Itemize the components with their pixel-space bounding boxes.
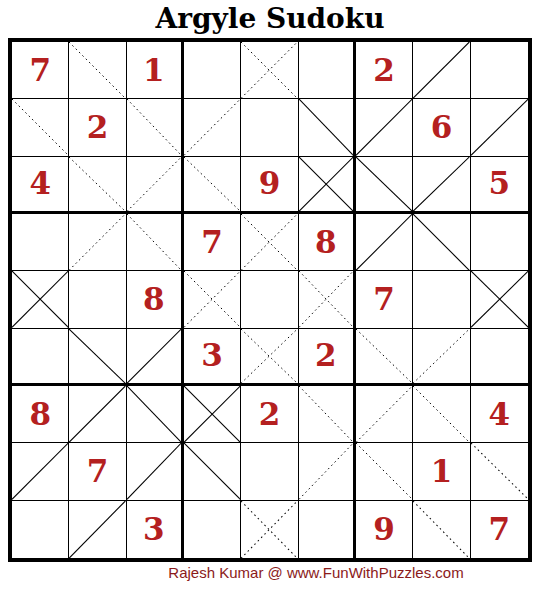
cell-r9c6[interactable] bbox=[299, 501, 356, 558]
cell-r3c7[interactable] bbox=[356, 157, 413, 214]
given-digit: 2 bbox=[259, 399, 281, 430]
cell-r8c5[interactable] bbox=[241, 443, 298, 500]
cell-r7c2[interactable] bbox=[69, 386, 126, 443]
diagonal-mark-dotted-cross bbox=[299, 271, 353, 327]
diagonal-mark-dotted-cross bbox=[241, 214, 297, 270]
given-digit: 7 bbox=[87, 456, 109, 487]
cell-r1c1[interactable]: 7 bbox=[12, 42, 69, 99]
cell-r6c2[interactable] bbox=[69, 329, 126, 386]
cell-r5c1[interactable] bbox=[12, 271, 69, 328]
diagonal-mark-dotted bbox=[299, 443, 353, 499]
given-digit: 9 bbox=[373, 514, 395, 545]
given-digit: 8 bbox=[315, 227, 337, 258]
given-digit: 9 bbox=[259, 168, 281, 199]
cell-r3c6[interactable] bbox=[299, 157, 356, 214]
cell-r5c8[interactable] bbox=[413, 271, 470, 328]
diagonal-mark-solid-cross bbox=[12, 271, 68, 327]
diagonal-mark-solid-cross bbox=[184, 386, 240, 442]
cell-r6c9[interactable] bbox=[471, 329, 528, 386]
diagonal-mark-solid bbox=[127, 386, 181, 442]
cell-r8c9[interactable] bbox=[471, 443, 528, 500]
given-digit: 4 bbox=[489, 399, 511, 430]
diagonal-mark-solid bbox=[69, 386, 125, 442]
cell-r4c6[interactable]: 8 bbox=[299, 214, 356, 271]
diagonal-mark-dotted bbox=[69, 157, 125, 211]
cell-r8c6[interactable] bbox=[299, 443, 356, 500]
given-digit: 3 bbox=[143, 514, 165, 545]
diagonal-mark-dotted bbox=[184, 157, 240, 211]
diagonal-mark-dotted bbox=[471, 443, 528, 499]
diagonal-mark-solid bbox=[184, 443, 240, 499]
cell-r7c9[interactable]: 4 bbox=[471, 386, 528, 443]
cell-r6c7[interactable] bbox=[356, 329, 413, 386]
diagonal-mark-solid bbox=[69, 501, 125, 558]
cell-r7c1[interactable]: 8 bbox=[12, 386, 69, 443]
cell-r5c6[interactable] bbox=[299, 271, 356, 328]
diagonal-mark-dotted bbox=[356, 386, 412, 442]
cell-r2c6[interactable] bbox=[299, 99, 356, 156]
cell-r2c7[interactable] bbox=[356, 99, 413, 156]
diagonal-mark-dotted-cross bbox=[184, 271, 240, 327]
diagonal-mark-solid bbox=[413, 157, 469, 211]
cell-r4c7[interactable] bbox=[356, 214, 413, 271]
diagonal-mark-solid bbox=[356, 99, 412, 155]
cell-r8c2[interactable]: 7 bbox=[69, 443, 126, 500]
cell-r4c1[interactable] bbox=[12, 214, 69, 271]
cell-r3c9[interactable]: 5 bbox=[471, 157, 528, 214]
cell-r1c4[interactable] bbox=[184, 42, 241, 99]
cell-r9c2[interactable] bbox=[69, 501, 126, 558]
given-digit: 8 bbox=[143, 284, 165, 315]
cell-r9c1[interactable] bbox=[12, 501, 69, 558]
cell-r2c4[interactable] bbox=[184, 99, 241, 156]
cell-r3c3[interactable] bbox=[127, 157, 184, 214]
cell-r1c7[interactable]: 2 bbox=[356, 42, 413, 99]
diagonal-mark-dotted bbox=[69, 42, 125, 98]
diagonal-mark-dotted bbox=[413, 386, 469, 442]
given-digit: 5 bbox=[489, 168, 511, 199]
diagonal-mark-solid bbox=[127, 443, 181, 499]
cell-r7c4[interactable] bbox=[184, 386, 241, 443]
cell-r5c2[interactable] bbox=[69, 271, 126, 328]
cell-r3c5[interactable]: 9 bbox=[241, 157, 298, 214]
cell-r3c8[interactable] bbox=[413, 157, 470, 214]
cell-r1c5[interactable] bbox=[241, 42, 298, 99]
cell-r2c9[interactable] bbox=[471, 99, 528, 156]
given-digit: 3 bbox=[201, 340, 223, 371]
cell-r4c5[interactable] bbox=[241, 214, 298, 271]
cell-r3c4[interactable] bbox=[184, 157, 241, 214]
cell-r8c7[interactable] bbox=[356, 443, 413, 500]
cell-r3c2[interactable] bbox=[69, 157, 126, 214]
diagonal-mark-solid-cross bbox=[471, 271, 528, 327]
cell-r2c8[interactable]: 6 bbox=[413, 99, 470, 156]
given-digit: 8 bbox=[29, 399, 51, 430]
cell-r5c4[interactable] bbox=[184, 271, 241, 328]
diagonal-mark-dotted bbox=[413, 329, 469, 383]
sudoku-grid: 7122649578873282471397 bbox=[8, 38, 532, 562]
cell-r9c7[interactable]: 9 bbox=[356, 501, 413, 558]
cell-r4c2[interactable] bbox=[69, 214, 126, 271]
diagonal-mark-solid bbox=[299, 99, 353, 155]
diagonal-mark-solid bbox=[127, 329, 181, 383]
cell-r2c3[interactable] bbox=[127, 99, 184, 156]
given-digit: 4 bbox=[29, 168, 51, 199]
cell-r4c4[interactable]: 7 bbox=[184, 214, 241, 271]
diagonal-mark-dotted bbox=[69, 214, 125, 270]
cell-r5c3[interactable]: 8 bbox=[127, 271, 184, 328]
cell-r7c7[interactable] bbox=[356, 386, 413, 443]
diagonal-mark-dotted bbox=[356, 443, 412, 499]
cell-r7c8[interactable] bbox=[413, 386, 470, 443]
cell-r2c2[interactable]: 2 bbox=[69, 99, 126, 156]
diagonal-mark-dotted bbox=[184, 99, 240, 155]
given-digit: 2 bbox=[315, 340, 337, 371]
cell-r6c6[interactable]: 2 bbox=[299, 329, 356, 386]
given-digit: 6 bbox=[431, 112, 453, 143]
cell-r6c3[interactable] bbox=[127, 329, 184, 386]
cell-r1c8[interactable] bbox=[413, 42, 470, 99]
cell-r5c9[interactable] bbox=[471, 271, 528, 328]
diagonal-mark-dotted bbox=[299, 386, 353, 442]
diagonal-mark-dotted-cross bbox=[241, 501, 297, 558]
cell-r7c5[interactable]: 2 bbox=[241, 386, 298, 443]
diagonal-mark-solid bbox=[12, 443, 68, 499]
cell-r9c5[interactable] bbox=[241, 501, 298, 558]
diagonal-mark-solid bbox=[69, 329, 125, 383]
diagonal-mark-solid-cross bbox=[299, 157, 353, 211]
diagonal-mark-dotted bbox=[127, 214, 181, 270]
cell-r7c3[interactable] bbox=[127, 386, 184, 443]
given-digit: 7 bbox=[489, 514, 511, 545]
cell-r1c2[interactable] bbox=[69, 42, 126, 99]
cell-r8c1[interactable] bbox=[12, 443, 69, 500]
cell-r8c8[interactable]: 1 bbox=[413, 443, 470, 500]
diagonal-mark-dotted bbox=[356, 329, 412, 383]
cell-r5c5[interactable] bbox=[241, 271, 298, 328]
cell-r2c5[interactable] bbox=[241, 99, 298, 156]
diagonal-mark-solid bbox=[356, 157, 412, 211]
diagonal-mark-solid bbox=[413, 214, 469, 270]
cell-r9c3[interactable]: 3 bbox=[127, 501, 184, 558]
diagonal-mark-solid bbox=[356, 214, 412, 270]
diagonal-mark-dotted-cross bbox=[241, 329, 297, 383]
cell-r4c8[interactable] bbox=[413, 214, 470, 271]
cell-r8c3[interactable] bbox=[127, 443, 184, 500]
given-digit: 2 bbox=[87, 112, 109, 143]
diagonal-mark-dotted bbox=[413, 501, 469, 558]
diagonal-mark-dotted bbox=[127, 99, 181, 155]
cell-r3c1[interactable]: 4 bbox=[12, 157, 69, 214]
given-digit: 2 bbox=[373, 55, 395, 86]
cell-r6c4[interactable]: 3 bbox=[184, 329, 241, 386]
cell-r1c9[interactable] bbox=[471, 42, 528, 99]
diagonal-mark-solid bbox=[471, 99, 528, 155]
given-digit: 7 bbox=[201, 227, 223, 258]
diagonal-mark-dotted bbox=[12, 99, 68, 155]
cell-r4c3[interactable] bbox=[127, 214, 184, 271]
diagonal-mark-dotted bbox=[127, 157, 181, 211]
cell-r1c6[interactable] bbox=[299, 42, 356, 99]
cell-r6c1[interactable] bbox=[12, 329, 69, 386]
page-title: Argyle Sudoku bbox=[0, 0, 540, 38]
diagonal-mark-dotted-cross bbox=[241, 42, 297, 98]
cell-r9c8[interactable] bbox=[413, 501, 470, 558]
cell-r7c6[interactable] bbox=[299, 386, 356, 443]
cell-r9c4[interactable] bbox=[184, 501, 241, 558]
cell-r1c3[interactable]: 1 bbox=[127, 42, 184, 99]
cell-r6c8[interactable] bbox=[413, 329, 470, 386]
given-digit: 7 bbox=[29, 55, 51, 86]
given-digit: 1 bbox=[431, 456, 453, 487]
cell-r2c1[interactable] bbox=[12, 99, 69, 156]
cell-r4c9[interactable] bbox=[471, 214, 528, 271]
cell-r6c5[interactable] bbox=[241, 329, 298, 386]
diagonal-mark-solid bbox=[413, 42, 469, 98]
cell-r5c7[interactable]: 7 bbox=[356, 271, 413, 328]
cell-r8c4[interactable] bbox=[184, 443, 241, 500]
credit-line: Rajesh Kumar @ www.FunWithPuzzles.com bbox=[0, 564, 540, 581]
cell-r9c9[interactable]: 7 bbox=[471, 501, 528, 558]
given-digit: 7 bbox=[373, 284, 395, 315]
given-digit: 1 bbox=[143, 55, 165, 86]
